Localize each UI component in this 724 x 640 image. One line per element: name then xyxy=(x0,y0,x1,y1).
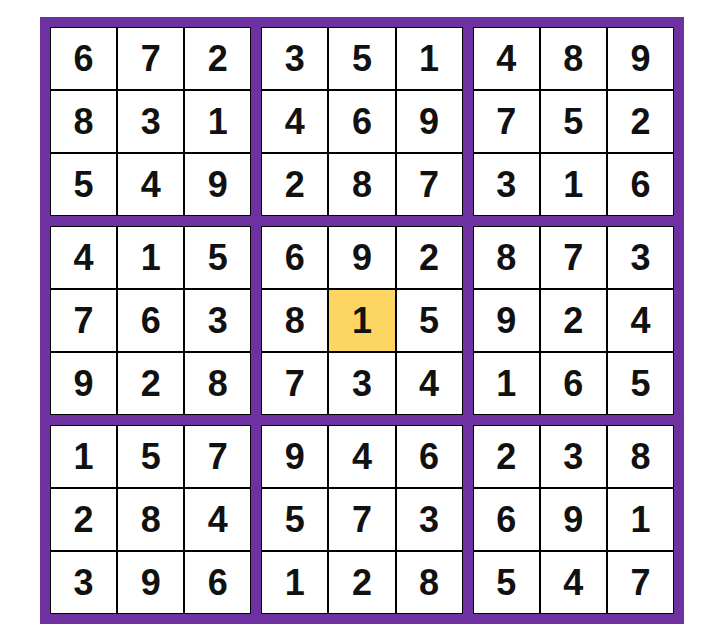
sudoku-cell-r5c4[interactable]: 8 xyxy=(262,290,327,351)
sudoku-cell-r7c3[interactable]: 7 xyxy=(185,426,250,487)
sudoku-cell-r1c7[interactable]: 4 xyxy=(474,28,539,89)
sudoku-cell-r3c8[interactable]: 1 xyxy=(541,154,606,215)
sudoku-cell-r1c2[interactable]: 7 xyxy=(118,28,183,89)
sudoku-cell-r8c1[interactable]: 2 xyxy=(51,489,116,550)
sudoku-cell-r1c3[interactable]: 2 xyxy=(185,28,250,89)
sudoku-cell-r4c4[interactable]: 6 xyxy=(262,227,327,288)
sudoku-cell-r2c3[interactable]: 1 xyxy=(185,91,250,152)
sudoku-cell-r1c5[interactable]: 5 xyxy=(329,28,394,89)
sudoku-cell-r8c8[interactable]: 9 xyxy=(541,489,606,550)
sudoku-cell-r8c3[interactable]: 4 xyxy=(185,489,250,550)
sudoku-cell-r6c1[interactable]: 9 xyxy=(51,353,116,414)
sudoku-cell-r4c3[interactable]: 5 xyxy=(185,227,250,288)
sudoku-cell-r4c2[interactable]: 1 xyxy=(118,227,183,288)
sudoku-cell-r2c5[interactable]: 6 xyxy=(329,91,394,152)
sudoku-board: 6728315493514692874897523164157639286928… xyxy=(40,17,684,624)
sudoku-cell-r1c4[interactable]: 3 xyxy=(262,28,327,89)
sudoku-box-4: 415763928 xyxy=(50,226,251,415)
sudoku-cell-r5c7[interactable]: 9 xyxy=(474,290,539,351)
sudoku-cell-r9c1[interactable]: 3 xyxy=(51,552,116,613)
sudoku-cell-r6c3[interactable]: 8 xyxy=(185,353,250,414)
sudoku-cell-r1c9[interactable]: 9 xyxy=(608,28,673,89)
sudoku-cell-r5c2[interactable]: 6 xyxy=(118,290,183,351)
sudoku-box-9: 238691547 xyxy=(473,425,674,614)
sudoku-cell-r5c8[interactable]: 2 xyxy=(541,290,606,351)
sudoku-box-2: 351469287 xyxy=(261,27,462,216)
sudoku-cell-r3c6[interactable]: 7 xyxy=(397,154,462,215)
sudoku-cell-r4c7[interactable]: 8 xyxy=(474,227,539,288)
sudoku-cell-r2c4[interactable]: 4 xyxy=(262,91,327,152)
sudoku-cell-r5c1[interactable]: 7 xyxy=(51,290,116,351)
sudoku-cell-r8c5[interactable]: 7 xyxy=(329,489,394,550)
sudoku-box-8: 946573128 xyxy=(261,425,462,614)
sudoku-cell-r6c5[interactable]: 3 xyxy=(329,353,394,414)
sudoku-cell-r9c2[interactable]: 9 xyxy=(118,552,183,613)
sudoku-cell-r7c9[interactable]: 8 xyxy=(608,426,673,487)
sudoku-cell-r5c9[interactable]: 4 xyxy=(608,290,673,351)
sudoku-cell-r6c6[interactable]: 4 xyxy=(397,353,462,414)
sudoku-cell-r6c8[interactable]: 6 xyxy=(541,353,606,414)
sudoku-cell-r6c2[interactable]: 2 xyxy=(118,353,183,414)
sudoku-cell-r9c8[interactable]: 4 xyxy=(541,552,606,613)
sudoku-cell-r2c2[interactable]: 3 xyxy=(118,91,183,152)
sudoku-cell-r4c6[interactable]: 2 xyxy=(397,227,462,288)
sudoku-cell-r3c3[interactable]: 9 xyxy=(185,154,250,215)
sudoku-cell-r1c6[interactable]: 1 xyxy=(397,28,462,89)
sudoku-cell-r2c8[interactable]: 5 xyxy=(541,91,606,152)
sudoku-cell-r3c7[interactable]: 3 xyxy=(474,154,539,215)
sudoku-cell-r7c5[interactable]: 4 xyxy=(329,426,394,487)
sudoku-cell-r2c7[interactable]: 7 xyxy=(474,91,539,152)
sudoku-cell-r5c6[interactable]: 5 xyxy=(397,290,462,351)
sudoku-box-1: 672831549 xyxy=(50,27,251,216)
sudoku-cell-r2c6[interactable]: 9 xyxy=(397,91,462,152)
sudoku-cell-r7c7[interactable]: 2 xyxy=(474,426,539,487)
sudoku-cell-r9c9[interactable]: 7 xyxy=(608,552,673,613)
sudoku-cell-r7c1[interactable]: 1 xyxy=(51,426,116,487)
sudoku-box-7: 157284396 xyxy=(50,425,251,614)
sudoku-box-5: 692815734 xyxy=(261,226,462,415)
sudoku-cell-r2c9[interactable]: 2 xyxy=(608,91,673,152)
sudoku-cell-r7c6[interactable]: 6 xyxy=(397,426,462,487)
sudoku-cell-r7c4[interactable]: 9 xyxy=(262,426,327,487)
sudoku-cell-r8c7[interactable]: 6 xyxy=(474,489,539,550)
sudoku-cell-r8c6[interactable]: 3 xyxy=(397,489,462,550)
sudoku-cell-r3c2[interactable]: 4 xyxy=(118,154,183,215)
sudoku-cell-r7c2[interactable]: 5 xyxy=(118,426,183,487)
sudoku-cell-r3c9[interactable]: 6 xyxy=(608,154,673,215)
sudoku-cell-r7c8[interactable]: 3 xyxy=(541,426,606,487)
sudoku-cell-selected-r5c5[interactable]: 1 xyxy=(329,290,394,351)
sudoku-cell-r3c4[interactable]: 2 xyxy=(262,154,327,215)
sudoku-cell-r1c8[interactable]: 8 xyxy=(541,28,606,89)
sudoku-cell-r8c9[interactable]: 1 xyxy=(608,489,673,550)
sudoku-cell-r5c3[interactable]: 3 xyxy=(185,290,250,351)
sudoku-cell-r4c9[interactable]: 3 xyxy=(608,227,673,288)
sudoku-cell-r9c7[interactable]: 5 xyxy=(474,552,539,613)
sudoku-cell-r8c2[interactable]: 8 xyxy=(118,489,183,550)
sudoku-cell-r4c8[interactable]: 7 xyxy=(541,227,606,288)
sudoku-cell-r4c1[interactable]: 4 xyxy=(51,227,116,288)
sudoku-cell-r1c1[interactable]: 6 xyxy=(51,28,116,89)
sudoku-box-3: 489752316 xyxy=(473,27,674,216)
sudoku-cell-r9c4[interactable]: 1 xyxy=(262,552,327,613)
sudoku-cell-r9c5[interactable]: 2 xyxy=(329,552,394,613)
sudoku-cell-r6c7[interactable]: 1 xyxy=(474,353,539,414)
sudoku-cell-r3c1[interactable]: 5 xyxy=(51,154,116,215)
sudoku-cell-r6c4[interactable]: 7 xyxy=(262,353,327,414)
sudoku-cell-r4c5[interactable]: 9 xyxy=(329,227,394,288)
sudoku-cell-r9c6[interactable]: 8 xyxy=(397,552,462,613)
sudoku-cell-r9c3[interactable]: 6 xyxy=(185,552,250,613)
sudoku-cell-r2c1[interactable]: 8 xyxy=(51,91,116,152)
sudoku-cell-r3c5[interactable]: 8 xyxy=(329,154,394,215)
sudoku-cell-r8c4[interactable]: 5 xyxy=(262,489,327,550)
sudoku-box-6: 873924165 xyxy=(473,226,674,415)
sudoku-cell-r6c9[interactable]: 5 xyxy=(608,353,673,414)
